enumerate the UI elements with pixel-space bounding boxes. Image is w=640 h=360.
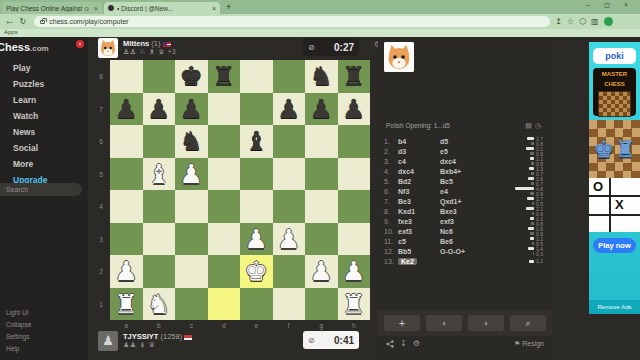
square-d2[interactable]: [208, 255, 241, 288]
sidebar-item-more[interactable]: More: [13, 159, 33, 169]
opening-name-row: Polish Opening: 1...d5 ▤◷: [386, 122, 544, 132]
bottom-player-name[interactable]: TJYSSIYT (1258): [123, 332, 192, 341]
master-chess-ad-card[interactable]: MASTER CHESS: [593, 68, 636, 116]
file-label-f: f: [273, 322, 306, 329]
black-king-c8[interactable]: ♚: [175, 60, 208, 93]
ad-tictactoe-image[interactable]: O X: [589, 178, 640, 232]
extensions-icon[interactable]: ⬡: [579, 17, 586, 26]
white-move[interactable]: Be3: [398, 198, 440, 205]
black-move[interactable]: Bc5: [440, 178, 482, 185]
move-times: 1.10.5: [482, 237, 546, 246]
white-pawn-h2[interactable]: ♟: [338, 255, 371, 288]
move-number: 10.: [384, 228, 398, 235]
notification-badge: ×: [76, 40, 84, 48]
square-b1[interactable]: ♞: [143, 288, 176, 321]
square-b2[interactable]: [143, 255, 176, 288]
tab-title: • Discord | @New...: [117, 5, 209, 12]
blue-king-piece: ♚: [593, 136, 614, 162]
move-number: 5.: [384, 178, 398, 185]
panel-icon[interactable]: ▥: [591, 17, 599, 26]
browser-profile-avatar[interactable]: [604, 17, 613, 26]
square-e7[interactable]: [240, 93, 273, 126]
move-times-icon[interactable]: ◷: [535, 122, 544, 130]
white-rook-h1[interactable]: ♜: [338, 288, 371, 321]
clock-icon: ⊘: [308, 43, 315, 52]
top-player-bar: Mittens (1) ♙♙ ♘ ♗ ♕ +3 ⊘0:27 ⚙: [98, 38, 370, 60]
black-move[interactable]: Bxe3: [440, 208, 482, 215]
move-times: 1.70.8: [482, 137, 546, 146]
square-c5[interactable]: ♟: [175, 158, 208, 191]
square-e5[interactable]: [240, 158, 273, 191]
square-g2[interactable]: ♟: [305, 255, 338, 288]
move-row-6: 6.Nf3e44.80.9: [384, 186, 546, 196]
rank-label-6: 6: [96, 138, 106, 145]
move-row-7: 7.Be3Qxd1+1.70.5: [384, 196, 546, 206]
square-d5[interactable]: [208, 158, 241, 191]
square-h1[interactable]: ♜: [338, 288, 371, 321]
move-number: 4.: [384, 168, 398, 175]
move-times: 1.40.3: [482, 247, 546, 256]
square-b6[interactable]: [143, 125, 176, 158]
file-label-e: e: [240, 322, 273, 329]
black-rook-h8[interactable]: ♜: [338, 60, 371, 93]
square-a2[interactable]: ♟: [110, 255, 143, 288]
file-label-b: b: [143, 322, 176, 329]
search-input[interactable]: Search: [0, 183, 82, 196]
opponent-avatar-large[interactable]: [384, 42, 414, 72]
move-times: 1.30.7: [482, 167, 546, 176]
move-times: 1.10.8: [482, 217, 546, 226]
poki-logo[interactable]: poki: [593, 48, 636, 64]
ttt-grid-line: [609, 178, 611, 232]
tab-strip: Play Chess Online Against th ⊙ × • Disco…: [0, 0, 640, 14]
move-row-5: 5.Bd2Bc51.60.7: [384, 176, 546, 186]
white-move[interactable]: d3: [398, 148, 440, 155]
square-c8[interactable]: ♚: [175, 60, 208, 93]
square-g7[interactable]: ♟: [305, 93, 338, 126]
black-move[interactable]: Be6: [440, 238, 482, 245]
white-knight-b1[interactable]: ♞: [143, 288, 176, 321]
rank-label-4: 4: [96, 203, 106, 210]
white-move[interactable]: Nf3: [398, 188, 440, 195]
move-number: 8.: [384, 208, 398, 215]
move-number: 13.: [384, 258, 398, 265]
move-times: 1.70.5: [482, 197, 546, 206]
bottom-captured-pieces: ♟♟ ♝ ♛: [123, 341, 156, 349]
top-player-clock: ⊘0:27: [303, 38, 359, 56]
black-pawn-f7[interactable]: ♟: [273, 93, 306, 126]
move-row-2: 2.d3e52.10.9: [384, 146, 546, 156]
bookmarks-label[interactable]: Apps: [4, 29, 18, 35]
black-move[interactable]: O-O-O+: [440, 248, 482, 255]
move-row-9: 9.fxe3exf31.10.8: [384, 216, 546, 226]
ttt-grid-line: [589, 214, 640, 216]
black-pawn-a7[interactable]: ♟: [110, 93, 143, 126]
move-number: 11.: [384, 238, 398, 245]
square-e1[interactable]: [240, 288, 273, 321]
tab-title: Play Chess Online Against th: [6, 5, 82, 12]
sidebar-item-social[interactable]: Social: [13, 143, 38, 153]
analysis-button[interactable]: ⌕: [510, 315, 546, 331]
move-number: 12.: [384, 248, 398, 255]
square-g5[interactable]: [305, 158, 338, 191]
move-times: 1.60.7: [482, 177, 546, 186]
square-c2[interactable]: [175, 255, 208, 288]
square-g1[interactable]: [305, 288, 338, 321]
rank-label-1: 1: [96, 301, 106, 308]
square-h5[interactable]: [338, 158, 371, 191]
move-row-10: 10.exf3Nc61.60.9: [384, 226, 546, 236]
square-b4[interactable]: [143, 190, 176, 223]
square-f5[interactable]: [273, 158, 306, 191]
square-a7[interactable]: ♟: [110, 93, 143, 126]
notification-icon: ⊙: [84, 5, 89, 12]
discord-favicon: [108, 5, 114, 11]
move-row-11: 11.c5Be61.10.5: [384, 236, 546, 246]
sidebar-item-news[interactable]: News: [13, 127, 35, 137]
clock-icon: ⊘: [308, 336, 315, 345]
rank-label-5: 5: [96, 171, 106, 178]
flag-icon: ⚑: [514, 340, 520, 348]
file-label-c: c: [175, 322, 208, 329]
tab-chess[interactable]: Play Chess Online Against th ⊙ ×: [2, 2, 102, 14]
black-move[interactable]: exf3: [440, 218, 482, 225]
move-row-4: 4.dxc4Bxb4+1.30.7: [384, 166, 546, 176]
move-row-3: 3.c4dxc41.10.8: [384, 156, 546, 166]
rank-label-8: 8: [96, 73, 106, 80]
chess-board[interactable]: ♚♜♞♜♟♟♟♟♟♟♞♝♝♟♟♟♟♚♟♟♜♞♜: [110, 60, 370, 320]
white-king-e2[interactable]: ♚: [240, 255, 273, 288]
square-b7[interactable]: ♟: [143, 93, 176, 126]
white-bishop-b5[interactable]: ♝: [143, 158, 176, 191]
move-times: 2.10.9: [482, 147, 546, 156]
top-captured-pieces: ♙♙ ♘ ♗ ♕ +3: [123, 48, 176, 56]
square-d6[interactable]: [208, 125, 241, 158]
move-number: 6.: [384, 188, 398, 195]
move-number: 9.: [384, 218, 398, 225]
sidebar: Chess.com × PlayPuzzlesLearnWatchNewsSoc…: [0, 37, 88, 360]
square-f2[interactable]: [273, 255, 306, 288]
bookmarks-bar: Apps: [0, 29, 640, 37]
black-bishop-e6[interactable]: ♝: [240, 125, 273, 158]
settings-gear-icon[interactable]: ⚙: [413, 339, 420, 348]
square-f7[interactable]: ♟: [273, 93, 306, 126]
square-f4[interactable]: [273, 190, 306, 223]
move-number: 7.: [384, 198, 398, 205]
black-pawn-h7[interactable]: ♟: [338, 93, 371, 126]
url-bar[interactable]: chess.com/play/computer: [34, 16, 550, 27]
move-controls: +‹›⌕: [378, 310, 552, 336]
square-c4[interactable]: [175, 190, 208, 223]
white-pawn-f3[interactable]: ♟: [273, 223, 306, 256]
move-times: 1.10.8: [482, 157, 546, 166]
square-d3[interactable]: [208, 223, 241, 256]
square-f8[interactable]: [273, 60, 306, 93]
white-rook-a1[interactable]: ♜: [110, 288, 143, 321]
square-b8[interactable]: [143, 60, 176, 93]
square-g8[interactable]: ♞: [305, 60, 338, 93]
back-icon[interactable]: ←: [6, 17, 14, 27]
square-e2[interactable]: ♚: [240, 255, 273, 288]
ad-title-line2: CHESS: [593, 81, 636, 88]
white-move[interactable]: Bd2: [398, 178, 440, 185]
move-times: 4.80.9: [482, 187, 546, 196]
board-area: Mittens (1) ♙♙ ♘ ♗ ♕ +3 ⊘0:27 ⚙ 87654321…: [88, 37, 378, 360]
white-move[interactable]: Ke2: [398, 258, 440, 265]
white-pawn-e3[interactable]: ♟: [240, 223, 273, 256]
sidebar-footer-settings[interactable]: Settings: [6, 333, 30, 340]
play-now-button[interactable]: Play now: [593, 238, 636, 253]
square-f3[interactable]: ♟: [273, 223, 306, 256]
black-knight-c6[interactable]: ♞: [175, 125, 208, 158]
move-row-12: 12.Bb5O-O-O+1.40.3: [384, 246, 546, 256]
square-h7[interactable]: ♟: [338, 93, 371, 126]
sidebar-footer-collapse[interactable]: Collapse: [6, 321, 31, 328]
square-h8[interactable]: ♜: [338, 60, 371, 93]
file-label-g: g: [305, 322, 338, 329]
chess-app: Chess.com × PlayPuzzlesLearnWatchNewsSoc…: [0, 37, 640, 360]
move-times: 1.60.9: [482, 227, 546, 236]
rank-label-7: 7: [96, 106, 106, 113]
next-move-button[interactable]: ›: [468, 315, 504, 331]
square-g4[interactable]: [305, 190, 338, 223]
bottom-player-bar: ♟ TJYSSIYT (1258) ♟♟ ♝ ♛ ⊘0:41: [98, 331, 370, 353]
share-icon[interactable]: [386, 340, 394, 348]
prev-move-button[interactable]: ‹: [426, 315, 462, 331]
square-e8[interactable]: [240, 60, 273, 93]
black-move[interactable]: Qxd1+: [440, 198, 482, 205]
move-list[interactable]: 1.b4d51.70.82.d3e52.10.93.c4dxc41.10.84.…: [384, 136, 546, 266]
square-c6[interactable]: ♞: [175, 125, 208, 158]
tab-close-icon[interactable]: ×: [94, 5, 98, 12]
black-rook-d8[interactable]: ♜: [208, 60, 241, 93]
sidebar-footer-light-ui[interactable]: Light UI: [6, 309, 28, 316]
black-move[interactable]: dxc4: [440, 158, 482, 165]
white-pawn-g2[interactable]: ♟: [305, 255, 338, 288]
ad-chessboard-image: [598, 91, 631, 117]
white-move[interactable]: c5: [398, 238, 440, 245]
move-number: 2.: [384, 148, 398, 155]
white-move[interactable]: dxc4: [398, 168, 440, 175]
new-tab-button[interactable]: +: [226, 2, 231, 12]
move-times: 1.2: [482, 259, 546, 263]
us-flag-icon: [163, 42, 171, 47]
reload-icon[interactable]: ↻: [20, 17, 27, 26]
black-move[interactable]: d5: [440, 138, 482, 145]
square-f6[interactable]: [273, 125, 306, 158]
square-g6[interactable]: [305, 125, 338, 158]
move-number: 3.: [384, 158, 398, 165]
white-pawn-a2[interactable]: ♟: [110, 255, 143, 288]
white-pawn-c5[interactable]: ♟: [175, 158, 208, 191]
sidebar-footer-help[interactable]: Help: [6, 345, 19, 352]
square-b3[interactable]: [143, 223, 176, 256]
blue-rook-piece: ♜: [615, 136, 636, 162]
square-b5[interactable]: ♝: [143, 158, 176, 191]
square-d8[interactable]: ♜: [208, 60, 241, 93]
black-pawn-c7[interactable]: ♟: [175, 93, 208, 126]
white-move[interactable]: Kxd1: [398, 208, 440, 215]
move-row-8: 8.Kxd1Bxe32.10.6: [384, 206, 546, 216]
black-knight-g8[interactable]: ♞: [305, 60, 338, 93]
rank-label-3: 3: [96, 236, 106, 243]
bottom-player-avatar[interactable]: ♟: [98, 331, 118, 351]
moves-panel: Polish Opening: 1...d5 ▤◷ 1.b4d51.70.82.…: [378, 37, 552, 360]
square-a6[interactable]: [110, 125, 143, 158]
window-controls[interactable]: – ◻ ×: [586, 1, 634, 9]
black-move[interactable]: e4: [440, 188, 482, 195]
square-a3[interactable]: [110, 223, 143, 256]
square-h6[interactable]: [338, 125, 371, 158]
white-move[interactable]: fxe3: [398, 218, 440, 225]
white-move[interactable]: c4: [398, 158, 440, 165]
square-g3[interactable]: [305, 223, 338, 256]
move-row-1: 1.b4d51.70.8: [384, 136, 546, 146]
square-h2[interactable]: ♟: [338, 255, 371, 288]
moves-footer: ↧ ⚙ ⚑ Resign: [386, 339, 544, 353]
file-label-h: h: [338, 322, 371, 329]
square-c7[interactable]: ♟: [175, 93, 208, 126]
square-a1[interactable]: ♜: [110, 288, 143, 321]
opening-book-icon[interactable]: ▤: [525, 122, 535, 130]
browser-toolbar: ← ↻ chess.com/play/computer ↥ ☆ ⬡ ▥: [0, 14, 640, 29]
square-a4[interactable]: [110, 190, 143, 223]
rank-label-2: 2: [96, 268, 106, 275]
square-h4[interactable]: [338, 190, 371, 223]
top-player-name[interactable]: Mittens (1): [123, 39, 171, 48]
sidebar-item-puzzles[interactable]: Puzzles: [13, 79, 44, 89]
ttt-o-mark: O: [593, 179, 603, 194]
flag-icon: [184, 335, 192, 340]
ad-title-line1: MASTER: [593, 71, 636, 78]
square-c1[interactable]: [175, 288, 208, 321]
ad-chess-pieces-image[interactable]: ♚♜: [589, 120, 640, 178]
sidebar-item-learn[interactable]: Learn: [13, 95, 36, 105]
white-move[interactable]: Bb5: [398, 248, 440, 255]
ad-panel: poki MASTER CHESS ♚♜ O X Play now Remove…: [589, 42, 640, 314]
sidebar-item-watch[interactable]: Watch: [13, 111, 38, 121]
resign-button[interactable]: ⚑ Resign: [514, 340, 544, 348]
file-label-a: a: [110, 322, 143, 329]
download-icon[interactable]: ↧: [400, 339, 407, 348]
file-label-d: d: [208, 322, 241, 329]
share-icon[interactable]: ↥: [555, 17, 562, 26]
add-button[interactable]: +: [384, 315, 420, 331]
opening-name[interactable]: Polish Opening: 1...d5: [386, 122, 450, 129]
white-move[interactable]: exf3: [398, 228, 440, 235]
square-c3[interactable]: [175, 223, 208, 256]
square-e3[interactable]: ♟: [240, 223, 273, 256]
bottom-player-clock: ⊘0:41: [303, 331, 359, 349]
square-a8[interactable]: [110, 60, 143, 93]
white-move[interactable]: b4: [398, 138, 440, 145]
black-pawn-b7[interactable]: ♟: [143, 93, 176, 126]
square-d1[interactable]: [208, 288, 241, 321]
url-text: chess.com/play/computer: [49, 18, 128, 25]
move-number: 1.: [384, 138, 398, 145]
move-times: 2.10.6: [482, 207, 546, 216]
black-move[interactable]: e5: [440, 148, 482, 155]
lock-icon: [40, 20, 45, 24]
square-h3[interactable]: [338, 223, 371, 256]
square-f1[interactable]: [273, 288, 306, 321]
black-move[interactable]: Nc6: [440, 228, 482, 235]
square-d4[interactable]: [208, 190, 241, 223]
tab-close-icon[interactable]: ×: [212, 5, 216, 12]
square-e6[interactable]: ♝: [240, 125, 273, 158]
square-d7[interactable]: [208, 93, 241, 126]
square-e4[interactable]: [240, 190, 273, 223]
chesscom-logo[interactable]: Chess.com: [0, 41, 49, 53]
tab-discord[interactable]: • Discord | @New... ×: [104, 2, 220, 14]
mittens-avatar[interactable]: [98, 38, 118, 58]
move-row-13: 13.Ke21.2: [384, 256, 546, 266]
black-pawn-g7[interactable]: ♟: [305, 93, 338, 126]
bookmark-star-icon[interactable]: ☆: [567, 17, 574, 26]
black-move[interactable]: Bxb4+: [440, 168, 482, 175]
remove-ads-button[interactable]: Remove Ads: [589, 300, 640, 314]
ttt-x-mark: X: [615, 197, 624, 212]
square-a5[interactable]: [110, 158, 143, 191]
sidebar-item-play[interactable]: Play: [13, 63, 31, 73]
